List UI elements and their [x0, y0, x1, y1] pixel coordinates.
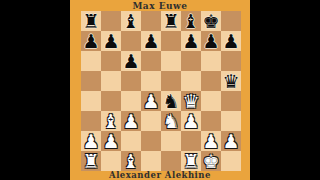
square-e8[interactable]: ♜ [161, 11, 181, 31]
square-f5[interactable] [181, 71, 201, 91]
square-a5[interactable] [81, 71, 101, 91]
chess-board: ♜♝♜♝♚♟♟♟♟♟♟♟♛♟♞♛♝♟♞♟♟♟♟♟♜♝♜♚ [81, 11, 241, 171]
square-d8[interactable] [141, 11, 161, 31]
square-e5[interactable] [161, 71, 181, 91]
black-queen: ♛ [221, 71, 241, 91]
square-d5[interactable] [141, 71, 161, 91]
square-e7[interactable] [161, 31, 181, 51]
square-b4[interactable] [101, 91, 121, 111]
black-pawn: ♟ [101, 31, 121, 51]
white-rook: ♜ [81, 151, 101, 171]
square-h4[interactable] [221, 91, 241, 111]
chess-panel: Max Euwe ♜♝♜♝♚♟♟♟♟♟♟♟♛♟♞♛♝♟♞♟♟♟♟♟♜♝♜♚ Al… [70, 0, 250, 180]
black-bishop: ♝ [121, 11, 141, 31]
square-b1[interactable] [101, 151, 121, 171]
square-g5[interactable] [201, 71, 221, 91]
white-rook: ♜ [181, 151, 201, 171]
white-bishop: ♝ [121, 151, 141, 171]
square-c6[interactable]: ♟ [121, 51, 141, 71]
black-pawn: ♟ [221, 31, 241, 51]
square-c1[interactable]: ♝ [121, 151, 141, 171]
square-h8[interactable] [221, 11, 241, 31]
square-a2[interactable]: ♟ [81, 131, 101, 151]
white-queen: ♛ [181, 91, 201, 111]
square-h3[interactable] [221, 111, 241, 131]
white-pawn: ♟ [101, 131, 121, 151]
black-pawn: ♟ [141, 31, 161, 51]
square-b7[interactable]: ♟ [101, 31, 121, 51]
square-d2[interactable] [141, 131, 161, 151]
white-pawn: ♟ [221, 131, 241, 151]
square-f6[interactable] [181, 51, 201, 71]
square-b2[interactable]: ♟ [101, 131, 121, 151]
square-a6[interactable] [81, 51, 101, 71]
square-g2[interactable]: ♟ [201, 131, 221, 151]
black-bishop: ♝ [181, 11, 201, 31]
white-king: ♚ [201, 151, 221, 171]
square-a1[interactable]: ♜ [81, 151, 101, 171]
square-f2[interactable] [181, 131, 201, 151]
square-e2[interactable] [161, 131, 181, 151]
square-b3[interactable]: ♝ [101, 111, 121, 131]
square-e3[interactable]: ♞ [161, 111, 181, 131]
square-c8[interactable]: ♝ [121, 11, 141, 31]
letterboxed-stage: Max Euwe ♜♝♜♝♚♟♟♟♟♟♟♟♛♟♞♛♝♟♞♟♟♟♟♟♜♝♜♚ Al… [0, 0, 320, 180]
square-h1[interactable] [221, 151, 241, 171]
black-knight: ♞ [161, 91, 181, 111]
square-g8[interactable]: ♚ [201, 11, 221, 31]
black-king: ♚ [201, 11, 221, 31]
white-pawn: ♟ [201, 131, 221, 151]
square-a3[interactable] [81, 111, 101, 131]
white-pawn: ♟ [141, 91, 161, 111]
square-b5[interactable] [101, 71, 121, 91]
square-d4[interactable]: ♟ [141, 91, 161, 111]
square-d3[interactable] [141, 111, 161, 131]
white-pawn: ♟ [181, 111, 201, 131]
square-e6[interactable] [161, 51, 181, 71]
square-g7[interactable]: ♟ [201, 31, 221, 51]
black-pawn: ♟ [81, 31, 101, 51]
player-name-white: Alexander Alekhine [70, 171, 250, 180]
square-f4[interactable]: ♛ [181, 91, 201, 111]
black-pawn: ♟ [121, 51, 141, 71]
square-g3[interactable] [201, 111, 221, 131]
black-rook: ♜ [161, 11, 181, 31]
white-bishop: ♝ [101, 111, 121, 131]
square-c3[interactable]: ♟ [121, 111, 141, 131]
white-knight: ♞ [161, 111, 181, 131]
square-b8[interactable] [101, 11, 121, 31]
square-g1[interactable]: ♚ [201, 151, 221, 171]
square-a4[interactable] [81, 91, 101, 111]
square-d1[interactable] [141, 151, 161, 171]
square-f3[interactable]: ♟ [181, 111, 201, 131]
square-a7[interactable]: ♟ [81, 31, 101, 51]
square-c5[interactable] [121, 71, 141, 91]
square-e1[interactable] [161, 151, 181, 171]
black-pawn: ♟ [181, 31, 201, 51]
square-h6[interactable] [221, 51, 241, 71]
square-f8[interactable]: ♝ [181, 11, 201, 31]
square-c2[interactable] [121, 131, 141, 151]
square-f1[interactable]: ♜ [181, 151, 201, 171]
white-pawn: ♟ [81, 131, 101, 151]
square-h7[interactable]: ♟ [221, 31, 241, 51]
white-pawn: ♟ [121, 111, 141, 131]
square-g6[interactable] [201, 51, 221, 71]
square-a8[interactable]: ♜ [81, 11, 101, 31]
square-d7[interactable]: ♟ [141, 31, 161, 51]
square-h2[interactable]: ♟ [221, 131, 241, 151]
square-d6[interactable] [141, 51, 161, 71]
square-b6[interactable] [101, 51, 121, 71]
square-c7[interactable] [121, 31, 141, 51]
black-pawn: ♟ [201, 31, 221, 51]
square-f7[interactable]: ♟ [181, 31, 201, 51]
square-g4[interactable] [201, 91, 221, 111]
square-c4[interactable] [121, 91, 141, 111]
square-h5[interactable]: ♛ [221, 71, 241, 91]
square-e4[interactable]: ♞ [161, 91, 181, 111]
black-rook: ♜ [81, 11, 101, 31]
